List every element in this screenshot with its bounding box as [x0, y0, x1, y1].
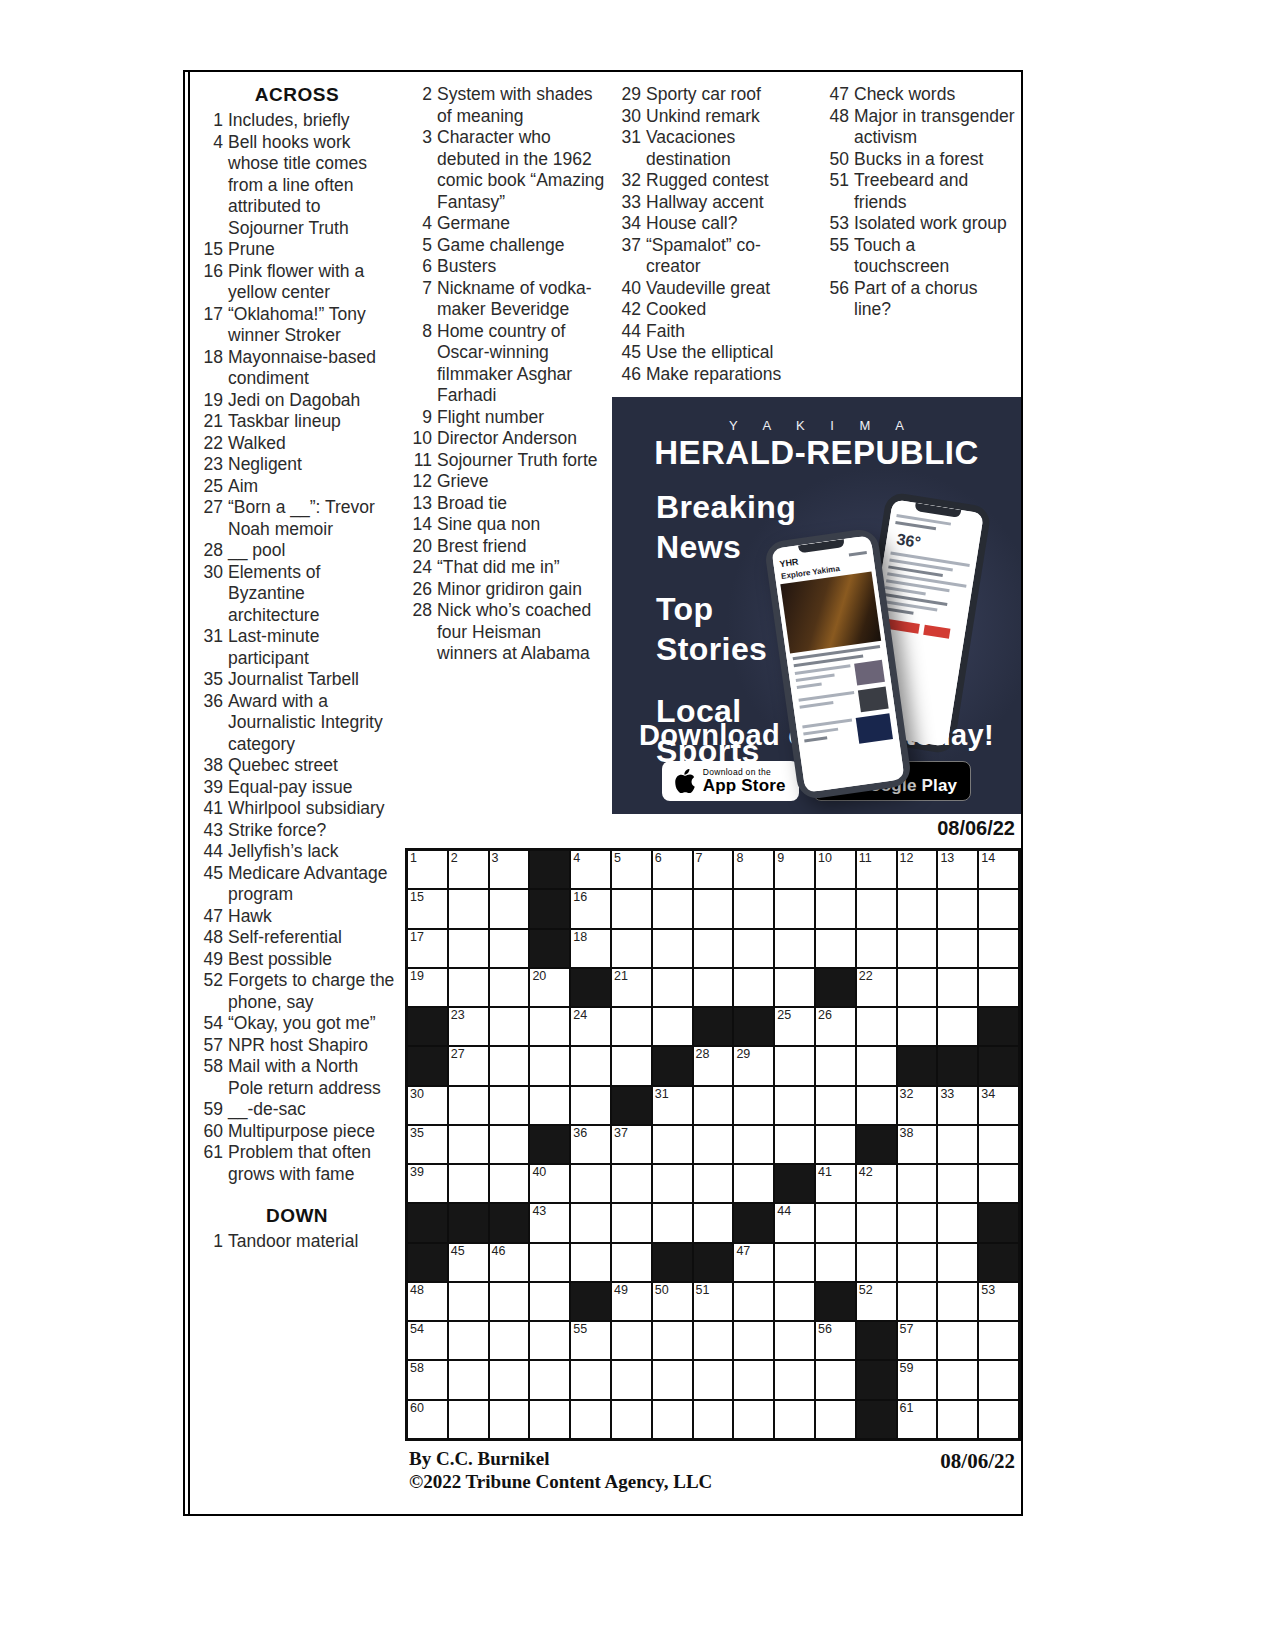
grid-cell-r8c15[interactable]	[979, 1126, 1018, 1163]
black-cell-r6c13	[898, 1047, 937, 1084]
clue-down-55: 55Touch a touchscreen	[823, 235, 1015, 278]
grid-cell-r6c11[interactable]	[816, 1047, 855, 1084]
grid-cell-r12c15[interactable]: 53	[979, 1283, 1018, 1320]
grid-cell-r13c5[interactable]: 55	[571, 1322, 610, 1359]
grid-cell-r6c6[interactable]	[612, 1047, 651, 1084]
grid-cell-r10c10[interactable]: 44	[775, 1204, 814, 1241]
grid-cell-r13c14[interactable]	[938, 1322, 977, 1359]
clue-number: 61	[197, 1142, 223, 1185]
grid-cell-r11c2[interactable]: 45	[449, 1244, 488, 1281]
grid-cell-r12c10[interactable]	[775, 1283, 814, 1320]
grid-cell-r8c5[interactable]: 36	[571, 1126, 610, 1163]
grid-cell-r2c10[interactable]	[775, 890, 814, 927]
grid-cell-r14c5[interactable]	[571, 1361, 610, 1398]
grid-cell-r14c6[interactable]	[612, 1361, 651, 1398]
clue-down-13: 13Broad tie	[406, 493, 606, 515]
grid-cell-r4c10[interactable]	[775, 969, 814, 1006]
grid-cell-r2c7[interactable]	[653, 890, 692, 927]
grid-cell-r14c14[interactable]	[938, 1361, 977, 1398]
clue-number: 43	[197, 820, 223, 842]
clue-number: 45	[197, 863, 223, 906]
clue-across-41: 41Whirlpool subsidiary	[197, 798, 397, 820]
grid-cell-r14c2[interactable]	[449, 1361, 488, 1398]
grid-cell-r12c2[interactable]	[449, 1283, 488, 1320]
grid-cell-r4c12[interactable]: 22	[857, 969, 896, 1006]
grid-cell-r6c3[interactable]	[490, 1047, 529, 1084]
grid-cell-r11c4[interactable]	[530, 1244, 569, 1281]
cell-number: 11	[859, 851, 872, 866]
grid-cell-r13c9[interactable]	[734, 1322, 773, 1359]
grid-cell-r9c8[interactable]	[694, 1165, 733, 1202]
grid-cell-r15c10[interactable]	[775, 1401, 814, 1438]
grid-cell-r15c3[interactable]	[490, 1401, 529, 1438]
grid-cell-r5c3[interactable]	[490, 1008, 529, 1045]
grid-cell-r13c3[interactable]	[490, 1322, 529, 1359]
cell-number: 25	[777, 1008, 791, 1023]
grid-cell-r3c13[interactable]	[898, 930, 937, 967]
clue-number: 44	[197, 841, 223, 863]
black-cell-r14c12	[857, 1361, 896, 1398]
grid-cell-r13c7[interactable]	[653, 1322, 692, 1359]
down-header: DOWN	[197, 1205, 397, 1227]
grid-cell-r13c6[interactable]	[612, 1322, 651, 1359]
grid-cell-r2c15[interactable]	[979, 890, 1018, 927]
grid-cell-r15c7[interactable]	[653, 1401, 692, 1438]
clue-down-3: 3Character who debuted in the 1962 comic…	[406, 127, 606, 213]
grid-cell-r4c15[interactable]	[979, 969, 1018, 1006]
grid-cell-r13c2[interactable]	[449, 1322, 488, 1359]
grid-cell-r14c3[interactable]	[490, 1361, 529, 1398]
down-clue-list-4: 47Check words48Major in transgender acti…	[823, 84, 1015, 321]
grid-cell-r4c3[interactable]	[490, 969, 529, 1006]
cell-number: 61	[900, 1401, 914, 1416]
grid-cell-r2c5[interactable]: 16	[571, 890, 610, 927]
grid-cell-r2c3[interactable]	[490, 890, 529, 927]
screen-text-line	[798, 691, 854, 702]
cell-number: 33	[940, 1087, 954, 1102]
grid-cell-r13c4[interactable]	[530, 1322, 569, 1359]
grid-cell-r15c13[interactable]: 61	[898, 1401, 937, 1438]
grid-cell-r7c5[interactable]	[571, 1087, 610, 1124]
clue-number: 29	[615, 84, 641, 106]
grid-cell-r9c4[interactable]: 40	[530, 1165, 569, 1202]
grid-cell-r5c5[interactable]: 24	[571, 1008, 610, 1045]
grid-cell-r1c5[interactable]: 4	[571, 851, 610, 888]
grid-cell-r12c14[interactable]	[938, 1283, 977, 1320]
grid-cell-r6c4[interactable]	[530, 1047, 569, 1084]
clue-down-31: 31Vacaciones destination	[615, 127, 813, 170]
black-cell-r6c15	[979, 1047, 1018, 1084]
red-button-icon	[923, 625, 950, 639]
grid-cell-r8c3[interactable]	[490, 1126, 529, 1163]
grid-cell-r3c11[interactable]	[816, 930, 855, 967]
cell-number: 1	[410, 851, 417, 866]
grid-cell-r4c14[interactable]	[938, 969, 977, 1006]
grid-cell-r15c5[interactable]	[571, 1401, 610, 1438]
grid-cell-r12c4[interactable]	[530, 1283, 569, 1320]
grid-cell-r14c13[interactable]: 59	[898, 1361, 937, 1398]
clue-down-30: 30Unkind remark	[615, 106, 813, 128]
grid-cell-r2c11[interactable]	[816, 890, 855, 927]
cell-number: 55	[573, 1322, 587, 1337]
grid-cell-r10c14[interactable]	[938, 1204, 977, 1241]
grid-cell-r7c11[interactable]	[816, 1087, 855, 1124]
story-thumbnail	[858, 687, 889, 713]
grid-cell-r15c14[interactable]	[938, 1401, 977, 1438]
black-cell-r10c9	[734, 1204, 773, 1241]
grid-cell-r3c15[interactable]	[979, 930, 1018, 967]
grid-cell-r7c13[interactable]: 32	[898, 1087, 937, 1124]
clue-across-30: 30Elements of Byzantine architecture	[197, 562, 397, 627]
grid-cell-r8c13[interactable]: 38	[898, 1126, 937, 1163]
clue-across-15: 15Prune	[197, 239, 397, 261]
grid-cell-r11c11[interactable]	[816, 1244, 855, 1281]
clue-number: 44	[615, 321, 641, 343]
grid-cell-r11c10[interactable]	[775, 1244, 814, 1281]
grid-cell-r14c8[interactable]	[694, 1361, 733, 1398]
grid-cell-r15c2[interactable]	[449, 1401, 488, 1438]
black-cell-r3c4	[530, 930, 569, 967]
grid-cell-r11c9[interactable]: 47	[734, 1244, 773, 1281]
clue-text: Aim	[228, 476, 397, 498]
grid-cell-r10c5[interactable]	[571, 1204, 610, 1241]
clue-text: Forgets to charge the phone, say	[228, 970, 397, 1013]
black-cell-r6c14	[938, 1047, 977, 1084]
grid-cell-r4c2[interactable]	[449, 969, 488, 1006]
grid-cell-r13c11[interactable]: 56	[816, 1322, 855, 1359]
clue-down-37: 37“Spamalot” co-creator	[615, 235, 813, 278]
cell-number: 8	[736, 851, 743, 866]
clue-text: Director Anderson	[437, 428, 606, 450]
black-cell-r10c3	[490, 1204, 529, 1241]
clue-text: Game challenge	[437, 235, 606, 257]
clue-across-4: 4Bell hooks work whose title comes from …	[197, 132, 397, 240]
clue-down-9: 9Flight number	[406, 407, 606, 429]
cell-number: 19	[410, 969, 424, 984]
grid-cell-r5c10[interactable]: 25	[775, 1008, 814, 1045]
grid-cell-r9c14[interactable]	[938, 1165, 977, 1202]
grid-cell-r9c1[interactable]: 39	[408, 1165, 447, 1202]
grid-cell-r3c2[interactable]	[449, 930, 488, 967]
grid-cell-r8c1[interactable]: 35	[408, 1126, 447, 1163]
grid-cell-r6c8[interactable]: 28	[694, 1047, 733, 1084]
grid-cell-r14c11[interactable]	[816, 1361, 855, 1398]
clue-number: 48	[197, 927, 223, 949]
grid-cell-r2c6[interactable]	[612, 890, 651, 927]
grid-cell-r11c14[interactable]	[938, 1244, 977, 1281]
apple-icon	[675, 769, 695, 793]
grid-cell-r3c14[interactable]	[938, 930, 977, 967]
news-story-row	[802, 713, 893, 751]
grid-cell-r7c1[interactable]: 30	[408, 1087, 447, 1124]
grid-cell-r5c13[interactable]	[898, 1008, 937, 1045]
grid-cell-r11c6[interactable]	[612, 1244, 651, 1281]
grid-cell-r13c15[interactable]	[979, 1322, 1018, 1359]
grid-cell-r3c7[interactable]	[653, 930, 692, 967]
clue-number: 4	[197, 132, 223, 240]
clue-number: 33	[615, 192, 641, 214]
grid-cell-r9c6[interactable]	[612, 1165, 651, 1202]
grid-cell-r3c6[interactable]	[612, 930, 651, 967]
black-cell-r4c11	[816, 969, 855, 1006]
grid-cell-r2c8[interactable]	[694, 890, 733, 927]
grid-cell-r7c12[interactable]	[857, 1087, 896, 1124]
grid-cell-r14c1[interactable]: 58	[408, 1361, 447, 1398]
grid-cell-r9c12[interactable]: 42	[857, 1165, 896, 1202]
app-store-badge-text: Download on the App Store	[703, 767, 786, 795]
clue-text: Self-referential	[228, 927, 397, 949]
grid-cell-r15c4[interactable]	[530, 1401, 569, 1438]
grid-cell-r2c2[interactable]	[449, 890, 488, 927]
grid-cell-r10c11[interactable]	[816, 1204, 855, 1241]
grid-cell-r1c14[interactable]: 13	[938, 851, 977, 888]
grid-cell-r6c2[interactable]: 27	[449, 1047, 488, 1084]
grid-cell-r5c11[interactable]: 26	[816, 1008, 855, 1045]
grid-cell-r3c1[interactable]: 17	[408, 930, 447, 967]
grid-cell-r9c15[interactable]	[979, 1165, 1018, 1202]
clue-text: Sine qua non	[437, 514, 606, 536]
grid-cell-r12c13[interactable]	[898, 1283, 937, 1320]
grid-cell-r10c7[interactable]	[653, 1204, 692, 1241]
clue-number: 37	[615, 235, 641, 278]
grid-cell-r4c6[interactable]: 21	[612, 969, 651, 1006]
grid-cell-r8c9[interactable]	[734, 1126, 773, 1163]
grid-cell-r7c15[interactable]: 34	[979, 1087, 1018, 1124]
grid-cell-r10c4[interactable]: 43	[530, 1204, 569, 1241]
grid-cell-r13c13[interactable]: 57	[898, 1322, 937, 1359]
black-cell-r12c5	[571, 1283, 610, 1320]
grid-cell-r1c6[interactable]: 5	[612, 851, 651, 888]
clue-text: Mail with a North Pole return address	[228, 1056, 397, 1099]
grid-cell-r14c10[interactable]	[775, 1361, 814, 1398]
grid-cell-r14c9[interactable]	[734, 1361, 773, 1398]
grid-cell-r1c3[interactable]: 3	[490, 851, 529, 888]
clue-text: Jellyfish’s lack	[228, 841, 397, 863]
grid-cell-r6c9[interactable]: 29	[734, 1047, 773, 1084]
cell-number: 32	[900, 1087, 914, 1102]
grid-cell-r5c7[interactable]	[653, 1008, 692, 1045]
grid-cell-r1c7[interactable]: 6	[653, 851, 692, 888]
cell-number: 40	[532, 1165, 546, 1180]
cell-number: 12	[900, 851, 914, 866]
grid-cell-r12c6[interactable]: 49	[612, 1283, 651, 1320]
grid-cell-r13c8[interactable]	[694, 1322, 733, 1359]
grid-cell-r15c15[interactable]	[979, 1401, 1018, 1438]
grid-cell-r9c5[interactable]	[571, 1165, 610, 1202]
grid-cell-r5c14[interactable]	[938, 1008, 977, 1045]
grid-cell-r13c10[interactable]	[775, 1322, 814, 1359]
grid-cell-r15c6[interactable]	[612, 1401, 651, 1438]
clue-down-33: 33Hallway accent	[615, 192, 813, 214]
grid-cell-r4c4[interactable]: 20	[530, 969, 569, 1006]
cell-number: 14	[981, 851, 995, 866]
grid-cell-r9c7[interactable]	[653, 1165, 692, 1202]
grid-cell-r5c4[interactable]	[530, 1008, 569, 1045]
grid-cell-r7c7[interactable]: 31	[653, 1087, 692, 1124]
grid-cell-r12c12[interactable]: 52	[857, 1283, 896, 1320]
clue-text: Walked	[228, 433, 397, 455]
clue-down-40: 40Vaudeville great	[615, 278, 813, 300]
clue-text: __ pool	[228, 540, 397, 562]
grid-cell-r9c2[interactable]	[449, 1165, 488, 1202]
clue-number: 30	[197, 562, 223, 627]
cell-number: 13	[940, 851, 954, 866]
grid-cell-r3c3[interactable]	[490, 930, 529, 967]
grid-cell-r7c10[interactable]	[775, 1087, 814, 1124]
left-column-rule	[188, 72, 190, 1514]
grid-cell-r4c9[interactable]	[734, 969, 773, 1006]
grid-cell-r1c13[interactable]: 12	[898, 851, 937, 888]
clue-down-10: 10Director Anderson	[406, 428, 606, 450]
grid-cell-r12c1[interactable]: 48	[408, 1283, 447, 1320]
grid-cell-r7c8[interactable]	[694, 1087, 733, 1124]
grid-cell-r6c10[interactable]	[775, 1047, 814, 1084]
grid-cell-r14c4[interactable]	[530, 1361, 569, 1398]
grid-cell-r10c6[interactable]	[612, 1204, 651, 1241]
black-cell-r6c7	[653, 1047, 692, 1084]
clue-number: 40	[615, 278, 641, 300]
grid-cell-r8c10[interactable]	[775, 1126, 814, 1163]
clue-across-28: 28__ pool	[197, 540, 397, 562]
grid-cell-r3c12[interactable]	[857, 930, 896, 967]
grid-cell-r7c3[interactable]	[490, 1087, 529, 1124]
grid-cell-r2c9[interactable]	[734, 890, 773, 927]
clue-number: 39	[197, 777, 223, 799]
clue-number: 21	[197, 411, 223, 433]
grid-cell-r7c14[interactable]: 33	[938, 1087, 977, 1124]
grid-cell-r2c14[interactable]	[938, 890, 977, 927]
grid-cell-r8c6[interactable]: 37	[612, 1126, 651, 1163]
clue-text: Strike force?	[228, 820, 397, 842]
grid-cell-r12c8[interactable]: 51	[694, 1283, 733, 1320]
grid-cell-r15c1[interactable]: 60	[408, 1401, 447, 1438]
cell-number: 49	[614, 1283, 628, 1298]
grid-cell-r1c11[interactable]: 10	[816, 851, 855, 888]
black-cell-r9c10	[775, 1165, 814, 1202]
grid-cell-r7c4[interactable]	[530, 1087, 569, 1124]
grid-cell-r2c1[interactable]: 15	[408, 890, 447, 927]
grid-cell-r5c12[interactable]	[857, 1008, 896, 1045]
grid-cell-r6c5[interactable]	[571, 1047, 610, 1084]
grid-cell-r11c12[interactable]	[857, 1244, 896, 1281]
grid-cell-r13c1[interactable]: 54	[408, 1322, 447, 1359]
clue-number: 48	[823, 106, 849, 149]
cell-number: 34	[981, 1087, 995, 1102]
grid-cell-r14c7[interactable]	[653, 1361, 692, 1398]
grid-cell-r9c3[interactable]	[490, 1165, 529, 1202]
grid-cell-r8c8[interactable]	[694, 1126, 733, 1163]
grid-cell-r4c1[interactable]: 19	[408, 969, 447, 1006]
clue-across-59: 59__-de-sac	[197, 1099, 397, 1121]
grid-cell-r15c11[interactable]	[816, 1401, 855, 1438]
clue-number: 52	[197, 970, 223, 1013]
clue-text: Treebeard and friends	[854, 170, 1015, 213]
screen-text-line	[797, 682, 822, 688]
cell-number: 27	[451, 1047, 465, 1062]
grid-cell-r1c15[interactable]: 14	[979, 851, 1018, 888]
clue-number: 9	[406, 407, 432, 429]
grid-cell-r7c9[interactable]	[734, 1087, 773, 1124]
clue-text: “Oklahoma!” Tony winner Stroker	[228, 304, 397, 347]
clue-number: 58	[197, 1056, 223, 1099]
black-cell-r7c6	[612, 1087, 651, 1124]
clue-number: 41	[197, 798, 223, 820]
grid-cell-r3c10[interactable]	[775, 930, 814, 967]
grid-cell-r10c12[interactable]	[857, 1204, 896, 1241]
grid-cell-r9c9[interactable]	[734, 1165, 773, 1202]
grid-cell-r1c1[interactable]: 1	[408, 851, 447, 888]
grid-cell-r12c3[interactable]	[490, 1283, 529, 1320]
grid-cell-r1c10[interactable]: 9	[775, 851, 814, 888]
grid-cell-r8c2[interactable]	[449, 1126, 488, 1163]
grid-cell-r5c2[interactable]: 23	[449, 1008, 488, 1045]
grid-cell-r3c9[interactable]	[734, 930, 773, 967]
grid-cell-r9c13[interactable]	[898, 1165, 937, 1202]
phone-notch-icon	[914, 503, 961, 518]
grid-cell-r8c7[interactable]	[653, 1126, 692, 1163]
grid-cell-r4c8[interactable]	[694, 969, 733, 1006]
grid-cell-r1c12[interactable]: 11	[857, 851, 896, 888]
grid-cell-r15c9[interactable]	[734, 1401, 773, 1438]
grid-cell-r8c11[interactable]	[816, 1126, 855, 1163]
grid-cell-r11c5[interactable]	[571, 1244, 610, 1281]
clue-number: 38	[197, 755, 223, 777]
clue-text: Multipurpose piece	[228, 1121, 397, 1143]
grid-cell-r7c2[interactable]	[449, 1087, 488, 1124]
grid-cell-r2c12[interactable]	[857, 890, 896, 927]
grid-cell-r5c6[interactable]	[612, 1008, 651, 1045]
grid-cell-r10c8[interactable]	[694, 1204, 733, 1241]
grid-cell-r8c14[interactable]	[938, 1126, 977, 1163]
grid-cell-r11c13[interactable]	[898, 1244, 937, 1281]
grid-cell-r1c9[interactable]: 8	[734, 851, 773, 888]
clue-number: 34	[615, 213, 641, 235]
clue-across-43: 43Strike force?	[197, 820, 397, 842]
grid-cell-r12c9[interactable]	[734, 1283, 773, 1320]
clue-number: 25	[197, 476, 223, 498]
cell-number: 53	[981, 1283, 995, 1298]
grid-cell-r2c13[interactable]	[898, 890, 937, 927]
clue-text: “Born a __”: Trevor Noah memoir	[228, 497, 397, 540]
grid-cell-r14c15[interactable]	[979, 1361, 1018, 1398]
clue-text: Part of a chorus line?	[854, 278, 1015, 321]
clue-number: 17	[197, 304, 223, 347]
black-cell-r8c12	[857, 1126, 896, 1163]
clue-number: 50	[823, 149, 849, 171]
grid-cell-r1c2[interactable]: 2	[449, 851, 488, 888]
grid-cell-r6c12[interactable]	[857, 1047, 896, 1084]
clue-across-18: 18Mayonnaise-based condiment	[197, 347, 397, 390]
grid-cell-r3c8[interactable]	[694, 930, 733, 967]
grid-cell-r15c8[interactable]	[694, 1401, 733, 1438]
clue-text: Nick who’s coached four Heisman winners …	[437, 600, 606, 665]
app-store-badge[interactable]: Download on the App Store	[662, 761, 799, 801]
grid-cell-r12c7[interactable]: 50	[653, 1283, 692, 1320]
grid-cell-r9c11[interactable]: 41	[816, 1165, 855, 1202]
clue-across-57: 57NPR host Shapiro	[197, 1035, 397, 1057]
clue-number: 55	[823, 235, 849, 278]
clue-text: Home country of Oscar-winning filmmaker …	[437, 321, 606, 407]
grid-cell-r4c7[interactable]	[653, 969, 692, 1006]
grid-cell-r1c8[interactable]: 7	[694, 851, 733, 888]
screen-text-line	[803, 728, 838, 736]
grid-cell-r3c5[interactable]: 18	[571, 930, 610, 967]
grid-cell-r10c13[interactable]	[898, 1204, 937, 1241]
clue-down-46: 46Make reparations	[615, 364, 813, 386]
clue-across-47: 47Hawk	[197, 906, 397, 928]
grid-cell-r11c3[interactable]: 46	[490, 1244, 529, 1281]
grid-cell-r4c13[interactable]	[898, 969, 937, 1006]
